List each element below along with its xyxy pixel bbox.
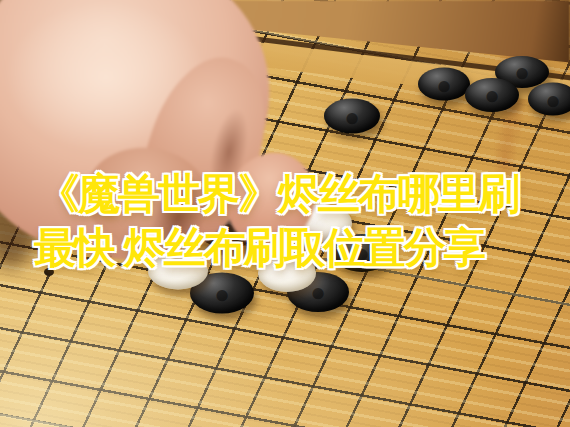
black-stone-M16: ● (528, 83, 570, 116)
stone-glyph: ● (310, 279, 326, 305)
article-photo: ●●●●●●●●●○○○ 《魔兽世界》烬丝布哪里刷 最快 烬丝布刷取位置分享 (0, 0, 570, 427)
stone-glyph: ● (545, 86, 561, 112)
stone-glyph: ● (214, 280, 230, 306)
stone-glyph: ● (484, 82, 500, 108)
stone-glyph: ● (344, 103, 360, 129)
black-stone-K16: ● (418, 68, 470, 101)
stone-glyph: ● (514, 59, 530, 85)
headline-line1: 《魔兽世界》烬丝布哪里刷 (38, 166, 518, 222)
headline-line2: 最快 烬丝布刷取位置分享 (34, 220, 484, 276)
black-stone-J15: ● (324, 99, 380, 134)
stone-glyph: ● (436, 71, 452, 97)
black-stone-L16: ● (465, 78, 519, 112)
